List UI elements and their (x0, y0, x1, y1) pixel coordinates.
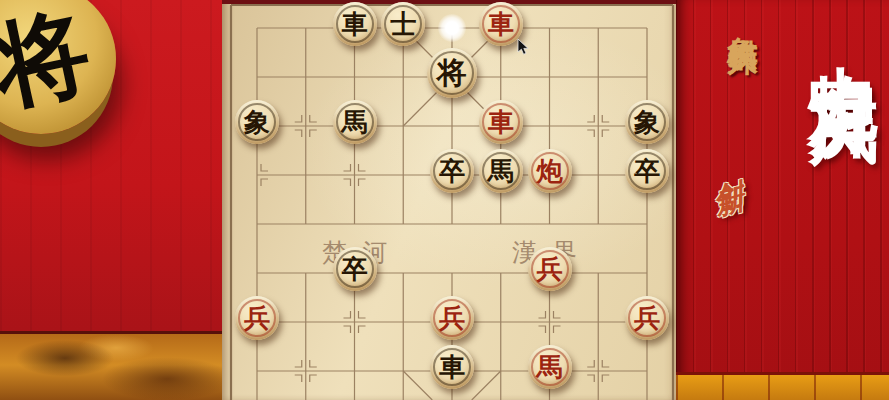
piece-black-elephant[interactable]: 象 (625, 100, 669, 144)
piece-black-chariot[interactable]: 車 (333, 2, 377, 46)
panel-brick-footer (676, 372, 889, 400)
piece-black-general[interactable]: 将 (427, 48, 477, 98)
piece-red-soldier[interactable]: 兵 (235, 296, 279, 340)
piece-red-chariot[interactable]: 車 (479, 100, 523, 144)
decor-general-char: 将 (0, 2, 98, 116)
piece-black-elephant[interactable]: 象 (235, 100, 279, 144)
main-title-vertical: 中炮对屏风 (764, 10, 880, 55)
piece-red-cannon[interactable]: 炮 (528, 149, 572, 193)
piece-red-soldier[interactable]: 兵 (625, 296, 669, 340)
piece-black-chariot[interactable]: 車 (430, 345, 474, 389)
subtitle-xiangqi-master: 象棋大师 (722, 12, 764, 24)
piece-black-horse[interactable]: 馬 (479, 149, 523, 193)
piece-black-advisor[interactable]: 士 (381, 2, 425, 46)
piece-black-soldier[interactable]: 卒 (430, 149, 474, 193)
title-panel (676, 0, 889, 400)
promo-banner: 将 楚河 漢界 車士車将象馬車象卒馬炮卒卒兵兵兵兵車馬 ✦ 象棋大师 创新 中炮… (0, 0, 889, 400)
piece-black-horse[interactable]: 馬 (333, 100, 377, 144)
piece-black-soldier[interactable]: 卒 (333, 247, 377, 291)
piece-red-chariot[interactable]: 車 (479, 2, 523, 46)
piece-red-horse[interactable]: 馬 (528, 345, 572, 389)
piece-black-soldier[interactable]: 卒 (625, 149, 669, 193)
gold-carved-band (0, 331, 232, 400)
piece-red-soldier[interactable]: 兵 (528, 247, 572, 291)
piece-red-soldier[interactable]: 兵 (430, 296, 474, 340)
